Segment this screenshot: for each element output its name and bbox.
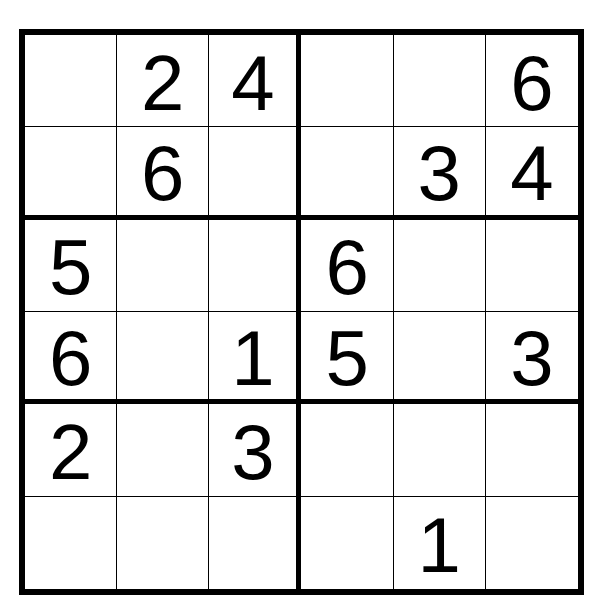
- cell-r1c2-given: 2: [117, 35, 209, 127]
- cell-r4c6-given: 3: [486, 312, 578, 404]
- cell-r1c1-empty[interactable]: [25, 35, 117, 127]
- cell-r6c1-empty[interactable]: [25, 497, 117, 589]
- cell-r4c1-given: 6: [25, 312, 117, 404]
- cell-r2c3-empty[interactable]: [209, 127, 301, 219]
- cell-r3c5-empty[interactable]: [394, 220, 486, 312]
- cell-r2c6-given: 4: [486, 127, 578, 219]
- sudoku-board: 246634566153231: [19, 29, 584, 595]
- cell-r3c4-given: 6: [301, 220, 393, 312]
- cell-r3c6-empty[interactable]: [486, 220, 578, 312]
- cell-r6c3-empty[interactable]: [209, 497, 301, 589]
- cell-r3c1-given: 5: [25, 220, 117, 312]
- cell-r4c4-given: 5: [301, 312, 393, 404]
- cell-r6c2-empty[interactable]: [117, 497, 209, 589]
- cell-r2c5-given: 3: [394, 127, 486, 219]
- cell-r6c5-given: 1: [394, 497, 486, 589]
- cell-r4c3-given: 1: [209, 312, 301, 404]
- cell-r4c2-empty[interactable]: [117, 312, 209, 404]
- cell-r5c2-empty[interactable]: [117, 404, 209, 496]
- cell-r4c5-empty[interactable]: [394, 312, 486, 404]
- cell-r6c4-empty[interactable]: [301, 497, 393, 589]
- cell-r5c6-empty[interactable]: [486, 404, 578, 496]
- cell-r2c2-given: 6: [117, 127, 209, 219]
- cell-r1c6-given: 6: [486, 35, 578, 127]
- cell-r5c4-empty[interactable]: [301, 404, 393, 496]
- cell-r3c2-empty[interactable]: [117, 220, 209, 312]
- cell-r6c6-empty[interactable]: [486, 497, 578, 589]
- cell-r1c3-given: 4: [209, 35, 301, 127]
- cell-r1c5-empty[interactable]: [394, 35, 486, 127]
- cell-r3c3-empty[interactable]: [209, 220, 301, 312]
- cell-r2c4-empty[interactable]: [301, 127, 393, 219]
- cell-r1c4-empty[interactable]: [301, 35, 393, 127]
- cell-r5c5-empty[interactable]: [394, 404, 486, 496]
- cell-r2c1-empty[interactable]: [25, 127, 117, 219]
- cell-r5c3-given: 3: [209, 404, 301, 496]
- cell-r5c1-given: 2: [25, 404, 117, 496]
